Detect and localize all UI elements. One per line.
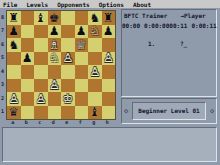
square-a1[interactable]: ♛ <box>7 106 21 120</box>
file-label-g: g <box>87 119 101 125</box>
trainer-total-time: 0:00:00 <box>144 22 169 29</box>
piece-black-bishop: ♝ <box>89 106 100 118</box>
piece-white-knight: ♘ <box>49 52 60 64</box>
square-h3[interactable] <box>102 79 116 93</box>
file-label-a: a <box>6 119 20 125</box>
square-g1[interactable]: ♝ <box>88 106 102 120</box>
square-f8[interactable] <box>75 11 89 25</box>
status-panel: BFTC Trainer 00:00 0:00:00 →Player 00:11… <box>121 9 217 97</box>
piece-white-pawn: ♙ <box>89 66 100 78</box>
piece-white-pawn: ♙ <box>35 93 46 105</box>
file-label-f: f <box>74 119 88 125</box>
piece-black-queen: ♛ <box>8 106 19 118</box>
player-total-time: 0:00:11 <box>191 22 216 29</box>
rank-label-5: 5 <box>0 51 5 65</box>
square-h7[interactable]: ♟ <box>102 25 116 39</box>
square-g6[interactable] <box>88 38 102 52</box>
piece-black-pawn: ♟ <box>8 25 19 37</box>
chess-board: ♜♝♚♞♜♟♟♟♘♟♞♗♕♟♘♙♙♙♙♙♙♔♛♝ <box>6 10 116 120</box>
square-g5[interactable] <box>88 52 102 66</box>
square-b1[interactable] <box>21 106 35 120</box>
piece-black-bishop: ♝ <box>35 12 46 24</box>
file-label-e: e <box>60 119 74 125</box>
square-h6[interactable] <box>102 38 116 52</box>
piece-white-queen: ♕ <box>76 39 87 51</box>
piece-white-bishop: ♗ <box>49 39 60 51</box>
square-d6[interactable]: ♗ <box>48 38 62 52</box>
square-b7[interactable] <box>21 25 35 39</box>
menu-about[interactable]: About <box>133 1 151 8</box>
piece-white-pawn: ♙ <box>8 93 19 105</box>
menu-levels[interactable]: Levels <box>26 1 48 8</box>
level-selector: ◇ Beginner Level 01 ◇ <box>121 98 217 124</box>
piece-black-knight: ♞ <box>89 12 100 24</box>
level-prev-button[interactable]: ◇ <box>122 107 130 115</box>
move-number: 1. <box>148 40 155 47</box>
square-d2[interactable] <box>48 92 62 106</box>
square-b8[interactable] <box>21 11 35 25</box>
rank-label-3: 3 <box>0 78 5 92</box>
piece-black-pawn: ♟ <box>22 52 33 64</box>
square-f1[interactable] <box>75 106 89 120</box>
player-clock: →Player 00:11 0:00:11 <box>169 12 216 29</box>
piece-black-rook: ♜ <box>8 12 19 24</box>
square-a7[interactable]: ♟ <box>7 25 21 39</box>
player-label: Player <box>184 12 206 19</box>
piece-black-knight: ♞ <box>8 39 19 51</box>
square-a8[interactable]: ♜ <box>7 11 21 25</box>
piece-white-pawn: ♙ <box>49 79 60 91</box>
rank-label-1: 1 <box>0 105 5 119</box>
square-c4[interactable] <box>34 65 48 79</box>
square-g7[interactable]: ♘ <box>88 25 102 39</box>
piece-white-pawn: ♙ <box>103 52 114 64</box>
square-g3[interactable] <box>88 79 102 93</box>
square-b5[interactable]: ♟ <box>21 52 35 66</box>
square-h2[interactable] <box>102 92 116 106</box>
piece-black-rook: ♜ <box>103 12 114 24</box>
rank-label-8: 8 <box>0 10 5 24</box>
square-c6[interactable] <box>34 38 48 52</box>
square-d8[interactable]: ♚ <box>48 11 62 25</box>
square-a2[interactable]: ♙ <box>7 92 21 106</box>
file-labels: abcdefgh <box>6 119 116 125</box>
rank-labels: 87654321 <box>0 10 5 118</box>
square-f7[interactable]: ♟ <box>75 25 89 39</box>
square-c1[interactable] <box>34 106 48 120</box>
square-g4[interactable]: ♙ <box>88 65 102 79</box>
piece-black-pawn: ♟ <box>49 25 60 37</box>
move-input-prompt[interactable]: ?_ <box>180 40 187 47</box>
square-c8[interactable]: ♝ <box>34 11 48 25</box>
square-e3[interactable] <box>61 79 75 93</box>
square-h8[interactable]: ♜ <box>102 11 116 25</box>
piece-white-knight: ♘ <box>89 25 100 37</box>
square-d7[interactable]: ♟ <box>48 25 62 39</box>
square-c3[interactable] <box>34 79 48 93</box>
square-b3[interactable] <box>21 79 35 93</box>
square-e6[interactable] <box>61 38 75 52</box>
piece-white-king: ♔ <box>62 93 73 105</box>
menu-options[interactable]: Options <box>99 1 124 8</box>
square-f2[interactable] <box>75 92 89 106</box>
square-a4[interactable] <box>7 65 21 79</box>
piece-white-pawn: ♙ <box>62 52 73 64</box>
square-c2[interactable]: ♙ <box>34 92 48 106</box>
menu-opponents[interactable]: Opponents <box>57 1 90 8</box>
square-h4[interactable] <box>102 65 116 79</box>
square-e8[interactable] <box>61 11 75 25</box>
piece-black-king: ♚ <box>49 12 60 24</box>
trainer-clock: BFTC Trainer 00:00 0:00:00 <box>122 12 169 29</box>
level-next-button[interactable]: ◇ <box>208 107 216 115</box>
rank-label-6: 6 <box>0 37 5 51</box>
menu-bar: FileLevelsOpponentsOptionsAbout <box>0 0 220 8</box>
square-e1[interactable] <box>61 106 75 120</box>
square-b2[interactable] <box>21 92 35 106</box>
square-e7[interactable] <box>61 25 75 39</box>
square-d5[interactable]: ♘ <box>48 52 62 66</box>
player-move-time: 00:11 <box>169 22 187 29</box>
rank-label-2: 2 <box>0 91 5 105</box>
square-c7[interactable] <box>34 25 48 39</box>
level-label: Beginner Level 01 <box>132 102 206 120</box>
rank-label-7: 7 <box>0 24 5 38</box>
trainer-label: BFTC Trainer <box>122 12 169 19</box>
square-e4[interactable] <box>61 65 75 79</box>
square-a3[interactable] <box>7 79 21 93</box>
piece-black-pawn: ♟ <box>103 25 114 37</box>
square-b4[interactable] <box>21 65 35 79</box>
square-g8[interactable]: ♞ <box>88 11 102 25</box>
rank-label-4: 4 <box>0 64 5 78</box>
file-label-d: d <box>47 119 61 125</box>
square-e5[interactable]: ♙ <box>61 52 75 66</box>
square-d1[interactable] <box>48 106 62 120</box>
square-f6[interactable]: ♕ <box>75 38 89 52</box>
square-f5[interactable] <box>75 52 89 66</box>
clock-grid: BFTC Trainer 00:00 0:00:00 →Player 00:11… <box>122 12 216 29</box>
message-area <box>2 127 217 162</box>
square-e2[interactable]: ♔ <box>61 92 75 106</box>
square-f3[interactable] <box>75 79 89 93</box>
square-f4[interactable] <box>75 65 89 79</box>
trainer-move-time: 00:00 <box>122 22 140 29</box>
piece-black-pawn: ♟ <box>76 25 87 37</box>
square-h5[interactable]: ♙ <box>102 52 116 66</box>
square-b6[interactable] <box>21 38 35 52</box>
square-c5[interactable] <box>34 52 48 66</box>
square-g2[interactable] <box>88 92 102 106</box>
square-a6[interactable]: ♞ <box>7 38 21 52</box>
menu-file[interactable]: File <box>3 1 17 8</box>
file-label-h: h <box>101 119 115 125</box>
file-label-b: b <box>20 119 34 125</box>
square-d3[interactable]: ♙ <box>48 79 62 93</box>
square-d4[interactable] <box>48 65 62 79</box>
square-a5[interactable] <box>7 52 21 66</box>
file-label-c: c <box>33 119 47 125</box>
square-h1[interactable] <box>102 106 116 120</box>
